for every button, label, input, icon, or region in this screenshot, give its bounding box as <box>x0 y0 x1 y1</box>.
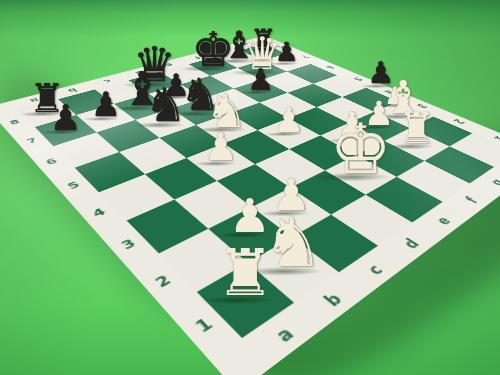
rank-label-left-3: 3 <box>118 236 138 251</box>
file-label-back-f: f <box>192 56 201 60</box>
rank-label-left-2: 2 <box>151 271 173 289</box>
file-label-front-a: a <box>271 322 296 344</box>
file-label-back-a: a <box>28 97 40 103</box>
file-label-front-b: b <box>319 289 344 308</box>
file-label-back-b: b <box>66 87 79 93</box>
rank-label-left-7: 7 <box>24 136 38 144</box>
file-label-back-g: g <box>217 49 228 53</box>
file-label-front-g: g <box>486 176 500 186</box>
rank-label-left-5: 5 <box>65 179 82 190</box>
file-label-front-d: d <box>399 236 421 251</box>
photo-scene: aabbccddeeffgghh1122334455667788 ♜♞♟♟♚♜♟… <box>0 0 500 375</box>
file-label-front-e: e <box>432 214 453 227</box>
rank-label-left-4: 4 <box>89 206 107 219</box>
file-label-front-c: c <box>363 261 385 277</box>
rank-label-right-3: 3 <box>414 103 429 109</box>
rank-label-right-4: 4 <box>381 89 395 95</box>
rank-label-right-6: 6 <box>324 65 336 70</box>
file-label-back-h: h <box>241 43 252 47</box>
file-label-back-c: c <box>101 79 112 84</box>
file-label-back-d: d <box>133 70 145 75</box>
rank-label-left-8: 8 <box>7 118 21 125</box>
rank-label-right-5: 5 <box>351 76 364 81</box>
rank-label-left-1: 1 <box>190 313 215 334</box>
file-label-back-e: e <box>163 63 174 68</box>
file-label-front-f: f <box>461 195 479 205</box>
rank-label-left-6: 6 <box>43 156 59 166</box>
rank-label-right-8: 8 <box>276 45 287 49</box>
rank-label-right-7: 7 <box>299 55 311 59</box>
